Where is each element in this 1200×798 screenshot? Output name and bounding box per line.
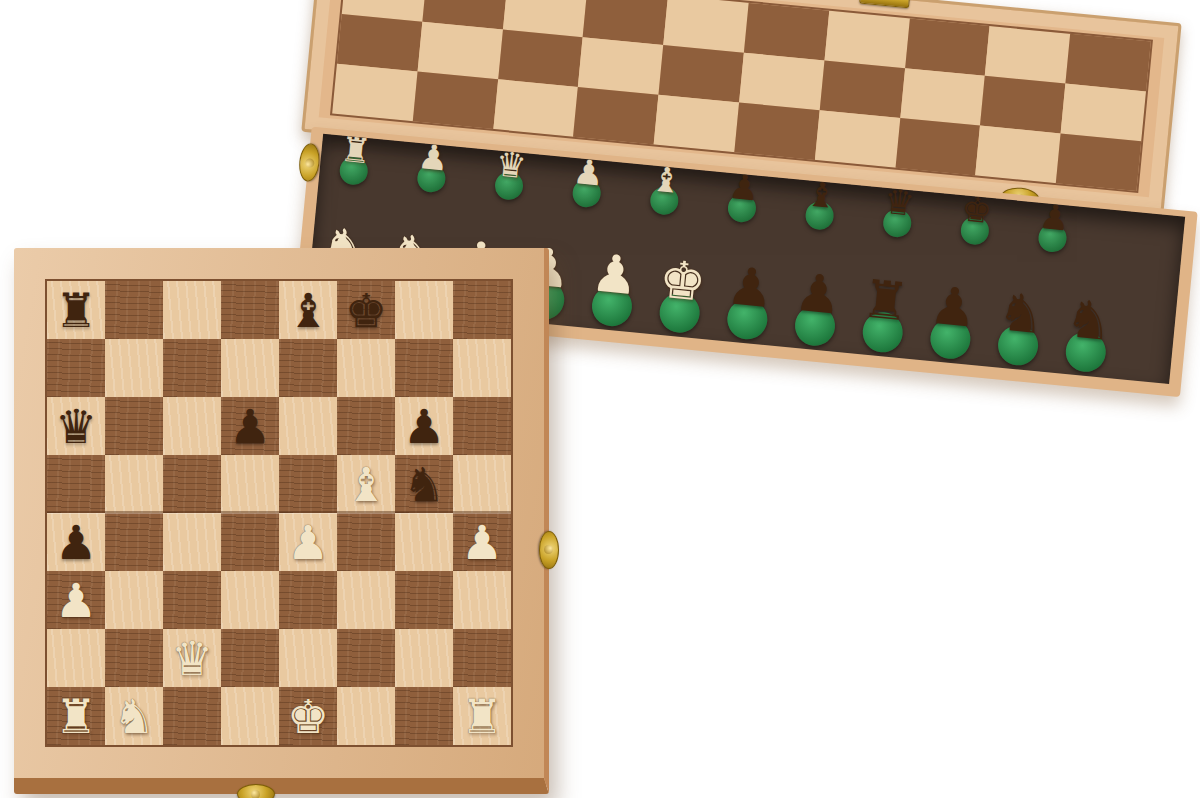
square-a7	[47, 339, 105, 397]
square-a3: ♟	[47, 571, 105, 629]
brass-clasp-icon[interactable]	[539, 531, 559, 569]
brass-hinge-icon	[859, 0, 910, 8]
square-c8	[163, 281, 221, 339]
square-c7	[163, 339, 221, 397]
square-g1	[395, 687, 453, 745]
white-queen-piece[interactable]: ♛	[171, 635, 213, 682]
lid-square	[820, 60, 905, 118]
lid-square	[905, 18, 990, 76]
lid-square	[332, 64, 417, 122]
square-g4	[395, 513, 453, 571]
lid-square	[1056, 133, 1141, 191]
square-e1: ♚	[279, 687, 337, 745]
brass-clasp-icon[interactable]	[237, 784, 275, 798]
square-b1: ♞	[105, 687, 163, 745]
black-pawn-glyph: ♟	[725, 259, 776, 315]
black-pawn-piece[interactable]: ♟	[55, 519, 97, 566]
product-photo-scene: ♜♟♛♟♝♟♝♛♚♟ ♞♞♝♟♟♚♟♟♜♟♞♞ ♜♝♚♛♟♟♝♞♟♟♟♟♛♜♞♚…	[0, 0, 1200, 798]
square-c3	[163, 571, 221, 629]
square-e2	[279, 629, 337, 687]
black-knight-glyph: ♞	[1063, 292, 1114, 348]
lid-square	[976, 126, 1061, 184]
square-d6: ♟	[221, 397, 279, 455]
lid-square	[739, 53, 824, 111]
lid-square	[815, 110, 900, 168]
square-d8	[221, 281, 279, 339]
square-f4	[337, 513, 395, 571]
white-king-glyph: ♚	[657, 253, 708, 309]
square-c2: ♛	[163, 629, 221, 687]
white-pawn-piece[interactable]: ♟	[287, 519, 329, 566]
square-b6	[105, 397, 163, 455]
square-d7	[221, 339, 279, 397]
square-a2	[47, 629, 105, 687]
black-queen-piece[interactable]: ♛	[55, 403, 97, 450]
square-h5	[453, 455, 511, 513]
square-b3	[105, 571, 163, 629]
square-h8	[453, 281, 511, 339]
white-queen-glyph: ♛	[494, 146, 528, 183]
square-b4	[105, 513, 163, 571]
white-rook-glyph: ♜	[339, 132, 373, 169]
square-e7	[279, 339, 337, 397]
stored-white-bishop[interactable]: ♝	[637, 160, 694, 217]
square-d3	[221, 571, 279, 629]
stored-black-bishop[interactable]: ♝	[792, 175, 849, 232]
stored-white-rook[interactable]: ♜	[327, 130, 384, 187]
stored-white-queen[interactable]: ♛	[482, 145, 539, 202]
white-bishop-piece[interactable]: ♝	[345, 461, 387, 508]
stored-black-rook[interactable]: ♜	[855, 272, 914, 355]
white-pawn-piece[interactable]: ♟	[461, 519, 503, 566]
black-pawn-glyph: ♟	[792, 266, 843, 322]
square-g8	[395, 281, 453, 339]
stored-white-king[interactable]: ♚	[652, 252, 711, 335]
square-g3	[395, 571, 453, 629]
square-a6: ♛	[47, 397, 105, 455]
white-bishop-glyph: ♝	[650, 161, 684, 198]
square-f7	[337, 339, 395, 397]
square-h4: ♟	[453, 513, 511, 571]
square-a5	[47, 455, 105, 513]
black-king-piece[interactable]: ♚	[345, 287, 387, 334]
square-b2	[105, 629, 163, 687]
board-fold-seam	[47, 511, 511, 513]
square-e3	[279, 571, 337, 629]
stored-white-pawn[interactable]: ♟	[404, 138, 461, 195]
lid-square	[578, 37, 663, 95]
white-pawn-piece[interactable]: ♟	[55, 577, 97, 624]
square-c5	[163, 455, 221, 513]
lid-square	[734, 102, 819, 160]
square-h2	[453, 629, 511, 687]
stored-black-knight[interactable]: ♞	[1058, 292, 1117, 375]
square-g2	[395, 629, 453, 687]
stored-black-knight[interactable]: ♞	[990, 285, 1049, 368]
square-f5: ♝	[337, 455, 395, 513]
black-pawn-piece[interactable]: ♟	[403, 403, 445, 450]
black-pawn-glyph: ♟	[727, 169, 761, 206]
white-knight-piece[interactable]: ♞	[113, 693, 155, 740]
square-e5	[279, 455, 337, 513]
square-f3	[337, 571, 395, 629]
lid-square	[493, 79, 578, 137]
lid-square	[1061, 84, 1146, 142]
lid-square	[824, 11, 909, 69]
black-rook-glyph: ♜	[860, 272, 911, 328]
white-pawn-glyph: ♟	[417, 139, 451, 176]
square-a4: ♟	[47, 513, 105, 571]
lid-square	[985, 26, 1070, 84]
lid-square	[659, 45, 744, 103]
white-rook-piece[interactable]: ♜	[55, 693, 97, 740]
square-h1: ♜	[453, 687, 511, 745]
square-f8: ♚	[337, 281, 395, 339]
black-knight-glyph: ♞	[995, 285, 1046, 341]
white-rook-piece[interactable]: ♜	[461, 693, 503, 740]
lid-square	[1066, 34, 1151, 92]
stored-black-pawn[interactable]: ♟	[1025, 198, 1082, 255]
square-g6: ♟	[395, 397, 453, 455]
square-h6	[453, 397, 511, 455]
square-h7	[453, 339, 511, 397]
lid-square	[654, 95, 739, 153]
square-f1	[337, 687, 395, 745]
square-b7	[105, 339, 163, 397]
square-g5: ♞	[395, 455, 453, 513]
stored-black-pawn[interactable]: ♟	[787, 266, 846, 349]
white-pawn-glyph: ♟	[589, 246, 640, 302]
white-pawn-glyph: ♟	[572, 154, 606, 191]
square-h3	[453, 571, 511, 629]
square-d5	[221, 455, 279, 513]
black-bishop-glyph: ♝	[805, 176, 839, 213]
square-e4: ♟	[279, 513, 337, 571]
square-e6	[279, 397, 337, 455]
lid-square	[744, 3, 829, 61]
square-b8	[105, 281, 163, 339]
black-pawn-glyph: ♟	[1038, 199, 1072, 236]
lid-square	[895, 118, 980, 176]
square-f2	[337, 629, 395, 687]
black-knight-piece[interactable]: ♞	[403, 461, 445, 508]
square-c1	[163, 687, 221, 745]
lid-square	[980, 76, 1065, 134]
black-pawn-glyph: ♟	[928, 279, 979, 335]
square-c6	[163, 397, 221, 455]
lid-square	[413, 71, 498, 129]
black-pawn-piece[interactable]: ♟	[229, 403, 271, 450]
square-a8: ♜	[47, 281, 105, 339]
black-bishop-piece[interactable]: ♝	[287, 287, 329, 334]
square-a1: ♜	[47, 687, 105, 745]
square-d1	[221, 687, 279, 745]
stored-black-pawn[interactable]: ♟	[923, 279, 982, 362]
lid-square	[663, 0, 748, 53]
square-b5	[105, 455, 163, 513]
chessboard: ♜♝♚♛♟♟♝♞♟♟♟♟♛♜♞♚♜	[14, 248, 549, 794]
stored-black-pawn[interactable]: ♟	[715, 168, 772, 225]
stored-white-pawn[interactable]: ♟	[559, 153, 616, 210]
stored-black-pawn[interactable]: ♟	[720, 259, 779, 342]
square-c4	[163, 513, 221, 571]
lid-square	[498, 29, 583, 87]
stored-white-pawn[interactable]: ♟	[584, 246, 643, 329]
black-queen-glyph: ♛	[882, 184, 916, 221]
board-grid: ♜♝♚♛♟♟♝♞♟♟♟♟♛♜♞♚♜	[47, 281, 511, 745]
white-king-piece[interactable]: ♚	[287, 693, 329, 740]
lid-square	[337, 14, 422, 72]
square-e8: ♝	[279, 281, 337, 339]
stored-black-queen[interactable]: ♛	[870, 183, 927, 240]
square-d4	[221, 513, 279, 571]
lid-square	[900, 68, 985, 126]
lid-square	[573, 87, 658, 145]
black-rook-piece[interactable]: ♜	[55, 287, 97, 334]
square-d2	[221, 629, 279, 687]
lid-square	[417, 22, 502, 80]
square-f6	[337, 397, 395, 455]
black-king-glyph: ♚	[960, 191, 994, 228]
square-g7	[395, 339, 453, 397]
stored-black-king[interactable]: ♚	[948, 190, 1005, 247]
